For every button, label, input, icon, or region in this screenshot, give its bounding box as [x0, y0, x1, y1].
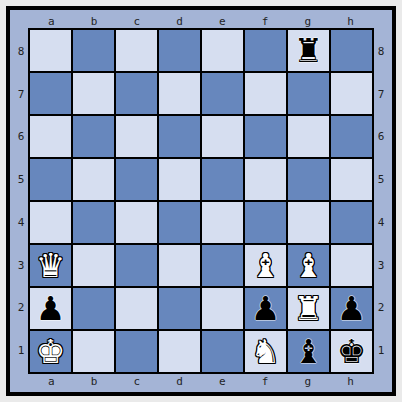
square-h6[interactable] — [331, 116, 372, 157]
black-bishop-g1[interactable]: ♝ — [288, 331, 329, 372]
rank-label-5: 5 — [374, 158, 388, 201]
square-b2[interactable] — [73, 288, 114, 329]
square-f5[interactable] — [245, 159, 286, 200]
square-g6[interactable] — [288, 116, 329, 157]
white-king-a1[interactable]: ♚ — [30, 331, 71, 372]
square-f1[interactable]: ♞ — [245, 331, 286, 372]
corner-top-left — [14, 14, 28, 28]
square-g4[interactable] — [288, 202, 329, 243]
square-a7[interactable] — [30, 73, 71, 114]
file-label-d: d — [158, 374, 201, 388]
rank-label-3: 3 — [374, 244, 388, 287]
rank-label-2: 2 — [374, 287, 388, 330]
square-e6[interactable] — [202, 116, 243, 157]
white-bishop-f3[interactable]: ♝ — [245, 245, 286, 286]
square-b5[interactable] — [73, 159, 114, 200]
rank-label-3: 3 — [14, 244, 28, 287]
square-c8[interactable] — [116, 30, 157, 71]
square-e7[interactable] — [202, 73, 243, 114]
rank-label-8: 8 — [374, 30, 388, 73]
rank-label-4: 4 — [374, 201, 388, 244]
square-c5[interactable] — [116, 159, 157, 200]
black-pawn-h2[interactable]: ♟ — [331, 288, 372, 329]
square-e8[interactable] — [202, 30, 243, 71]
square-a4[interactable] — [30, 202, 71, 243]
square-f6[interactable] — [245, 116, 286, 157]
square-c1[interactable] — [116, 331, 157, 372]
square-c3[interactable] — [116, 245, 157, 286]
square-d5[interactable] — [159, 159, 200, 200]
square-a1[interactable]: ♚ — [30, 331, 71, 372]
black-pawn-f2[interactable]: ♟ — [245, 288, 286, 329]
rank-label-4: 4 — [14, 201, 28, 244]
file-label-h: h — [329, 374, 372, 388]
square-g5[interactable] — [288, 159, 329, 200]
corner-top-right — [374, 14, 388, 28]
file-label-b: b — [73, 374, 116, 388]
white-knight-f1[interactable]: ♞ — [245, 331, 286, 372]
square-c6[interactable] — [116, 116, 157, 157]
square-b4[interactable] — [73, 202, 114, 243]
square-a6[interactable] — [30, 116, 71, 157]
square-d2[interactable] — [159, 288, 200, 329]
square-b6[interactable] — [73, 116, 114, 157]
square-f2[interactable]: ♟ — [245, 288, 286, 329]
square-h3[interactable] — [331, 245, 372, 286]
square-g3[interactable]: ♝ — [288, 245, 329, 286]
square-e2[interactable] — [202, 288, 243, 329]
file-label-h: h — [329, 14, 372, 28]
square-b7[interactable] — [73, 73, 114, 114]
white-bishop-g3[interactable]: ♝ — [288, 245, 329, 286]
file-label-c: c — [116, 14, 159, 28]
rank-label-7: 7 — [14, 73, 28, 116]
file-label-e: e — [201, 14, 244, 28]
black-rook-g8[interactable]: ♜ — [288, 30, 329, 71]
square-d7[interactable] — [159, 73, 200, 114]
file-label-c: c — [116, 374, 159, 388]
file-labels-bottom: abcdefgh — [28, 374, 374, 388]
file-label-f: f — [244, 374, 287, 388]
square-f8[interactable] — [245, 30, 286, 71]
square-b1[interactable] — [73, 331, 114, 372]
rank-labels-left: 87654321 — [14, 28, 28, 374]
square-a2[interactable]: ♟ — [30, 288, 71, 329]
square-e3[interactable] — [202, 245, 243, 286]
board-mat: abcdefgh 87654321 ♜♛♝♝♟♟♜♟♚♞♝♚ 87654321 … — [14, 14, 388, 388]
square-g1[interactable]: ♝ — [288, 331, 329, 372]
file-label-a: a — [30, 14, 73, 28]
square-g2[interactable]: ♜ — [288, 288, 329, 329]
square-b8[interactable] — [73, 30, 114, 71]
square-g8[interactable]: ♜ — [288, 30, 329, 71]
square-e1[interactable] — [202, 331, 243, 372]
square-c2[interactable] — [116, 288, 157, 329]
black-king-h1[interactable]: ♚ — [331, 331, 372, 372]
square-a5[interactable] — [30, 159, 71, 200]
square-f7[interactable] — [245, 73, 286, 114]
square-d1[interactable] — [159, 331, 200, 372]
rank-label-8: 8 — [14, 30, 28, 73]
white-rook-g2[interactable]: ♜ — [288, 288, 329, 329]
corner-bottom-right — [374, 374, 388, 388]
square-d3[interactable] — [159, 245, 200, 286]
square-f4[interactable] — [245, 202, 286, 243]
white-queen-a3[interactable]: ♛ — [30, 245, 71, 286]
square-g7[interactable] — [288, 73, 329, 114]
rank-label-7: 7 — [374, 73, 388, 116]
corner-bottom-left — [14, 374, 28, 388]
square-c4[interactable] — [116, 202, 157, 243]
rank-label-2: 2 — [14, 287, 28, 330]
rank-label-6: 6 — [14, 116, 28, 159]
rank-label-5: 5 — [14, 158, 28, 201]
file-label-a: a — [30, 374, 73, 388]
file-label-b: b — [73, 14, 116, 28]
square-e5[interactable] — [202, 159, 243, 200]
square-a3[interactable]: ♛ — [30, 245, 71, 286]
square-h7[interactable] — [331, 73, 372, 114]
square-b3[interactable] — [73, 245, 114, 286]
square-h5[interactable] — [331, 159, 372, 200]
square-h1[interactable]: ♚ — [331, 331, 372, 372]
square-a8[interactable] — [30, 30, 71, 71]
file-label-g: g — [287, 14, 330, 28]
square-d6[interactable] — [159, 116, 200, 157]
board-frame: abcdefgh 87654321 ♜♛♝♝♟♟♜♟♚♞♝♚ 87654321 … — [6, 6, 396, 396]
square-h4[interactable] — [331, 202, 372, 243]
chess-diagram-window: abcdefgh 87654321 ♜♛♝♝♟♟♜♟♚♞♝♚ 87654321 … — [0, 0, 402, 402]
square-h2[interactable]: ♟ — [331, 288, 372, 329]
square-d4[interactable] — [159, 202, 200, 243]
square-c7[interactable] — [116, 73, 157, 114]
board: ♜♛♝♝♟♟♜♟♚♞♝♚ — [28, 28, 374, 374]
square-e4[interactable] — [202, 202, 243, 243]
file-label-e: e — [201, 374, 244, 388]
rank-label-1: 1 — [14, 329, 28, 372]
rank-label-6: 6 — [374, 116, 388, 159]
square-f3[interactable]: ♝ — [245, 245, 286, 286]
file-label-f: f — [244, 14, 287, 28]
square-d8[interactable] — [159, 30, 200, 71]
file-label-g: g — [287, 374, 330, 388]
black-pawn-a2[interactable]: ♟ — [30, 288, 71, 329]
rank-labels-right: 87654321 — [374, 28, 388, 374]
square-h8[interactable] — [331, 30, 372, 71]
file-labels-top: abcdefgh — [28, 14, 374, 28]
rank-label-1: 1 — [374, 329, 388, 372]
file-label-d: d — [158, 14, 201, 28]
